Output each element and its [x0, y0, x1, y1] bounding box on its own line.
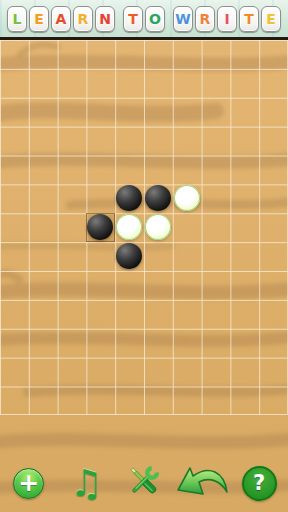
title-letter-tile: R: [195, 6, 215, 32]
board-cell-4-5[interactable]: [144, 155, 173, 184]
board-cell-0-3[interactable]: [86, 40, 115, 69]
board-cell-1-2[interactable]: [57, 69, 86, 98]
board-cell-9-8[interactable]: [230, 299, 259, 328]
board-cell-1-7[interactable]: [201, 69, 230, 98]
white-stone: [116, 214, 142, 240]
title-letter-tile: L: [7, 6, 27, 32]
board-cell-11-0[interactable]: [0, 357, 29, 386]
white-stone: [174, 185, 200, 211]
board-cell-8-0[interactable]: [0, 270, 29, 299]
board-cell-3-0[interactable]: [0, 126, 29, 155]
title-letter-tile: W: [173, 6, 193, 32]
board-cell-11-7[interactable]: [201, 357, 230, 386]
board-cell-0-5[interactable]: [144, 40, 173, 69]
board-cell-0-7[interactable]: [201, 40, 230, 69]
board-cell-8-7[interactable]: [201, 270, 230, 299]
board-cell-6-1[interactable]: [29, 213, 58, 242]
board-cell-7-5[interactable]: [144, 242, 173, 271]
board-cell-6-7[interactable]: [201, 213, 230, 242]
toolbar: + ♫: [0, 457, 288, 509]
new-game-button[interactable]: +: [13, 468, 44, 499]
board-cell-2-8[interactable]: [230, 98, 259, 127]
board-cell-9-4[interactable]: [115, 299, 144, 328]
board-cell-2-2[interactable]: [57, 98, 86, 127]
board-cell-7-9[interactable]: [258, 242, 287, 271]
board-cell-7-4[interactable]: [115, 242, 144, 271]
board-cell-6-2[interactable]: [57, 213, 86, 242]
toolbar-slot-undo: [173, 457, 231, 509]
board-cell-2-1[interactable]: [29, 98, 58, 127]
board-cell-6-0[interactable]: [0, 213, 29, 242]
board-cell-8-5[interactable]: [144, 270, 173, 299]
board-cell-1-5[interactable]: [144, 69, 173, 98]
board-cell-0-0[interactable]: [0, 40, 29, 69]
board-cell-9-3[interactable]: [86, 299, 115, 328]
board-cell-6-6[interactable]: [172, 213, 201, 242]
board-cell-11-8[interactable]: [230, 357, 259, 386]
sound-button[interactable]: ♫: [70, 465, 103, 502]
toolbar-slot-new-game: +: [0, 457, 58, 509]
board-cell-0-1[interactable]: [29, 40, 58, 69]
board-cell-8-3[interactable]: [86, 270, 115, 299]
board-cell-0-6[interactable]: [172, 40, 201, 69]
board-cell-3-6[interactable]: [172, 126, 201, 155]
board-cell-2-7[interactable]: [201, 98, 230, 127]
board-cell-10-8[interactable]: [230, 328, 259, 357]
board-cell-5-2[interactable]: [57, 184, 86, 213]
board-cell-12-3[interactable]: [86, 386, 115, 415]
board-cell-5-3[interactable]: [86, 184, 115, 213]
title-letter-tile: O: [145, 6, 165, 32]
board-cell-7-2[interactable]: [57, 242, 86, 271]
music-note-icon: ♫: [70, 462, 103, 505]
board-cell-11-1[interactable]: [29, 357, 58, 386]
board-cell-12-5[interactable]: [144, 386, 173, 415]
board-cell-3-9[interactable]: [258, 126, 287, 155]
board-cell-6-5[interactable]: [144, 213, 173, 242]
board-cell-11-2[interactable]: [57, 357, 86, 386]
board-cell-9-5[interactable]: [144, 299, 173, 328]
board-cell-3-8[interactable]: [230, 126, 259, 155]
title-letter-tile: N: [95, 6, 115, 32]
board-cell-3-5[interactable]: [144, 126, 173, 155]
board-cell-5-5[interactable]: [144, 184, 173, 213]
board-cell-9-2[interactable]: [57, 299, 86, 328]
game-board[interactable]: [0, 40, 288, 415]
board-cell-11-6[interactable]: [172, 357, 201, 386]
board-cell-5-4[interactable]: [115, 184, 144, 213]
board-cell-1-1[interactable]: [29, 69, 58, 98]
board-cell-7-3[interactable]: [86, 242, 115, 271]
help-button[interactable]: ?: [242, 466, 277, 501]
board-cell-3-1[interactable]: [29, 126, 58, 155]
board-cell-0-2[interactable]: [57, 40, 86, 69]
board-cell-11-5[interactable]: [144, 357, 173, 386]
board-cell-2-0[interactable]: [0, 98, 29, 127]
toolbar-slot-help: ?: [230, 457, 288, 509]
board-cell-4-4[interactable]: [115, 155, 144, 184]
title-letter-tile: A: [51, 6, 71, 32]
board-cell-10-7[interactable]: [201, 328, 230, 357]
board-cell-8-8[interactable]: [230, 270, 259, 299]
title-word: TO: [123, 6, 165, 32]
board-cell-3-2[interactable]: [57, 126, 86, 155]
board-cell-1-8[interactable]: [230, 69, 259, 98]
board-cell-1-6[interactable]: [172, 69, 201, 98]
toolbar-slot-sound: ♫: [58, 457, 116, 509]
board-cell-8-6[interactable]: [172, 270, 201, 299]
title-word: LEARN: [7, 6, 115, 32]
board-cell-5-9[interactable]: [258, 184, 287, 213]
settings-button[interactable]: [125, 462, 163, 504]
board-cell-7-0[interactable]: [0, 242, 29, 271]
board-cell-8-4[interactable]: [115, 270, 144, 299]
board-cell-10-6[interactable]: [172, 328, 201, 357]
board-cell-9-0[interactable]: [0, 299, 29, 328]
board-cell-10-1[interactable]: [29, 328, 58, 357]
board-cell-5-6[interactable]: [172, 184, 201, 213]
undo-arrow-icon: [175, 463, 229, 499]
board-cell-10-3[interactable]: [86, 328, 115, 357]
white-stone: [145, 214, 171, 240]
title-letter-tile: T: [239, 6, 259, 32]
board-cell-6-8[interactable]: [230, 213, 259, 242]
board-cell-0-8[interactable]: [230, 40, 259, 69]
board-cell-2-5[interactable]: [144, 98, 173, 127]
board-cell-6-4[interactable]: [115, 213, 144, 242]
board-cell-2-3[interactable]: [86, 98, 115, 127]
app-screen: LEARNTOWRITE: [0, 0, 288, 512]
board-cell-12-2[interactable]: [57, 386, 86, 415]
board-cell-12-9[interactable]: [258, 386, 287, 415]
board-cell-8-9[interactable]: [258, 270, 287, 299]
title-letter-tile: E: [29, 6, 49, 32]
title-word: WRITE: [173, 6, 281, 32]
board-cell-4-6[interactable]: [172, 155, 201, 184]
board-cell-1-0[interactable]: [0, 69, 29, 98]
undo-button[interactable]: [175, 463, 229, 503]
board-cell-2-9[interactable]: [258, 98, 287, 127]
board-cell-12-6[interactable]: [172, 386, 201, 415]
title-banner[interactable]: LEARNTOWRITE: [0, 0, 288, 37]
board-cell-12-0[interactable]: [0, 386, 29, 415]
board-cell-1-3[interactable]: [86, 69, 115, 98]
board-cell-4-1[interactable]: [29, 155, 58, 184]
board-cell-4-9[interactable]: [258, 155, 287, 184]
title-letter-tile: E: [261, 6, 281, 32]
board-cell-3-4[interactable]: [115, 126, 144, 155]
board-cell-3-7[interactable]: [201, 126, 230, 155]
board-cell-9-1[interactable]: [29, 299, 58, 328]
board-cell-7-8[interactable]: [230, 242, 259, 271]
board-cell-4-3[interactable]: [86, 155, 115, 184]
board-cell-8-2[interactable]: [57, 270, 86, 299]
board-cell-7-1[interactable]: [29, 242, 58, 271]
title-letter-tile: R: [73, 6, 93, 32]
black-stone: [116, 243, 142, 269]
board-cell-10-9[interactable]: [258, 328, 287, 357]
board-cell-10-0[interactable]: [0, 328, 29, 357]
black-stone: [87, 214, 113, 240]
board-cell-6-9[interactable]: [258, 213, 287, 242]
board-cell-3-3[interactable]: [86, 126, 115, 155]
board-cell-11-4[interactable]: [115, 357, 144, 386]
title-letter-tile: T: [123, 6, 143, 32]
board-cell-1-4[interactable]: [115, 69, 144, 98]
question-mark-icon: ?: [253, 471, 265, 495]
board-cell-2-6[interactable]: [172, 98, 201, 127]
board-cell-11-9[interactable]: [258, 357, 287, 386]
board-cell-7-6[interactable]: [172, 242, 201, 271]
board-cell-10-2[interactable]: [57, 328, 86, 357]
board-cell-1-9[interactable]: [258, 69, 287, 98]
board-cell-9-6[interactable]: [172, 299, 201, 328]
board-cell-5-1[interactable]: [29, 184, 58, 213]
board-cell-6-3[interactable]: [86, 213, 115, 242]
board-cell-5-0[interactable]: [0, 184, 29, 213]
board-cell-4-7[interactable]: [201, 155, 230, 184]
black-stone: [145, 185, 171, 211]
board-cell-5-8[interactable]: [230, 184, 259, 213]
board-cell-4-0[interactable]: [0, 155, 29, 184]
title-letter-tile: I: [217, 6, 237, 32]
board-cell-10-5[interactable]: [144, 328, 173, 357]
board-cell-12-7[interactable]: [201, 386, 230, 415]
board-cell-10-4[interactable]: [115, 328, 144, 357]
board-cell-7-7[interactable]: [201, 242, 230, 271]
board-cell-12-4[interactable]: [115, 386, 144, 415]
black-stone: [116, 185, 142, 211]
board-cell-11-3[interactable]: [86, 357, 115, 386]
board-cell-2-4[interactable]: [115, 98, 144, 127]
board-cell-0-9[interactable]: [258, 40, 287, 69]
board-cell-9-7[interactable]: [201, 299, 230, 328]
board-cell-4-2[interactable]: [57, 155, 86, 184]
board-cell-12-1[interactable]: [29, 386, 58, 415]
toolbar-slot-settings: [115, 457, 173, 509]
board-cell-0-4[interactable]: [115, 40, 144, 69]
tools-icon: [125, 462, 163, 500]
board-cell-4-8[interactable]: [230, 155, 259, 184]
board-cell-5-7[interactable]: [201, 184, 230, 213]
board-cell-8-1[interactable]: [29, 270, 58, 299]
board-cell-9-9[interactable]: [258, 299, 287, 328]
board-cell-12-8[interactable]: [230, 386, 259, 415]
